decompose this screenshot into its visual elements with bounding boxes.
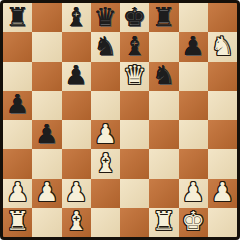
square-d2[interactable] <box>91 179 120 208</box>
square-a2[interactable]: ♟ <box>3 179 32 208</box>
square-h4[interactable] <box>208 120 237 149</box>
black-pawn: ♟ <box>64 62 87 88</box>
square-b5[interactable] <box>32 91 61 120</box>
square-e8[interactable]: ♚ <box>120 3 149 32</box>
square-g3[interactable] <box>179 149 208 178</box>
square-c2[interactable]: ♟ <box>62 179 91 208</box>
square-h7[interactable]: ♞ <box>208 32 237 61</box>
square-h6[interactable] <box>208 62 237 91</box>
square-b1[interactable] <box>32 208 61 237</box>
square-d3[interactable]: ♝ <box>91 149 120 178</box>
square-e5[interactable] <box>120 91 149 120</box>
square-a5[interactable]: ♟ <box>3 91 32 120</box>
black-rook: ♜ <box>6 4 29 30</box>
black-pawn: ♟ <box>181 33 204 59</box>
square-c6[interactable]: ♟ <box>62 62 91 91</box>
black-queen: ♛ <box>94 4 117 30</box>
square-e6[interactable]: ♛ <box>120 62 149 91</box>
black-king: ♚ <box>123 4 146 30</box>
square-e7[interactable]: ♝ <box>120 32 149 61</box>
square-b7[interactable] <box>32 32 61 61</box>
square-e1[interactable] <box>120 208 149 237</box>
square-g2[interactable]: ♟ <box>179 179 208 208</box>
square-e2[interactable] <box>120 179 149 208</box>
square-h2[interactable]: ♟ <box>208 179 237 208</box>
square-b6[interactable] <box>32 62 61 91</box>
square-d5[interactable] <box>91 91 120 120</box>
square-a6[interactable] <box>3 62 32 91</box>
square-d1[interactable] <box>91 208 120 237</box>
black-rook: ♜ <box>152 4 175 30</box>
white-pawn: ♟ <box>6 179 29 205</box>
square-e3[interactable] <box>120 149 149 178</box>
square-f7[interactable] <box>149 32 178 61</box>
square-d6[interactable] <box>91 62 120 91</box>
white-queen: ♛ <box>123 62 146 88</box>
square-f5[interactable] <box>149 91 178 120</box>
square-g5[interactable] <box>179 91 208 120</box>
white-pawn: ♟ <box>64 179 87 205</box>
white-rook: ♜ <box>6 208 29 234</box>
board-frame: ♜♝♛♚♜♞♝♟♞♟♛♞♟♟♟♝♟♟♟♟♟♜♝♜♚ <box>0 0 240 240</box>
black-knight: ♞ <box>94 33 117 59</box>
white-bishop: ♝ <box>94 150 117 176</box>
square-h3[interactable] <box>208 149 237 178</box>
white-knight: ♞ <box>211 33 234 59</box>
white-pawn: ♟ <box>211 179 234 205</box>
black-knight: ♞ <box>152 62 175 88</box>
square-c4[interactable] <box>62 120 91 149</box>
square-d4[interactable]: ♟ <box>91 120 120 149</box>
white-pawn: ♟ <box>94 121 117 147</box>
square-d7[interactable]: ♞ <box>91 32 120 61</box>
square-b8[interactable] <box>32 3 61 32</box>
square-h1[interactable] <box>208 208 237 237</box>
square-a8[interactable]: ♜ <box>3 3 32 32</box>
square-f6[interactable]: ♞ <box>149 62 178 91</box>
square-e4[interactable] <box>120 120 149 149</box>
square-c7[interactable] <box>62 32 91 61</box>
square-g1[interactable]: ♚ <box>179 208 208 237</box>
square-b4[interactable]: ♟ <box>32 120 61 149</box>
black-bishop: ♝ <box>64 4 87 30</box>
square-c1[interactable]: ♝ <box>62 208 91 237</box>
square-b2[interactable]: ♟ <box>32 179 61 208</box>
white-pawn: ♟ <box>35 179 58 205</box>
square-a3[interactable] <box>3 149 32 178</box>
white-pawn: ♟ <box>181 179 204 205</box>
square-a1[interactable]: ♜ <box>3 208 32 237</box>
square-c8[interactable]: ♝ <box>62 3 91 32</box>
square-h8[interactable] <box>208 3 237 32</box>
square-f4[interactable] <box>149 120 178 149</box>
square-f8[interactable]: ♜ <box>149 3 178 32</box>
square-g8[interactable] <box>179 3 208 32</box>
square-b3[interactable] <box>32 149 61 178</box>
square-a7[interactable] <box>3 32 32 61</box>
square-f3[interactable] <box>149 149 178 178</box>
square-h5[interactable] <box>208 91 237 120</box>
square-c3[interactable] <box>62 149 91 178</box>
square-d8[interactable]: ♛ <box>91 3 120 32</box>
black-pawn: ♟ <box>35 121 58 147</box>
square-g7[interactable]: ♟ <box>179 32 208 61</box>
square-c5[interactable] <box>62 91 91 120</box>
square-g4[interactable] <box>179 120 208 149</box>
black-pawn: ♟ <box>6 91 29 117</box>
square-f2[interactable] <box>149 179 178 208</box>
white-king: ♚ <box>181 208 204 234</box>
white-rook: ♜ <box>152 208 175 234</box>
chess-board: ♜♝♛♚♜♞♝♟♞♟♛♞♟♟♟♝♟♟♟♟♟♜♝♜♚ <box>3 3 237 237</box>
square-a4[interactable] <box>3 120 32 149</box>
square-g6[interactable] <box>179 62 208 91</box>
black-bishop: ♝ <box>123 33 146 59</box>
white-bishop: ♝ <box>64 208 87 234</box>
square-f1[interactable]: ♜ <box>149 208 178 237</box>
